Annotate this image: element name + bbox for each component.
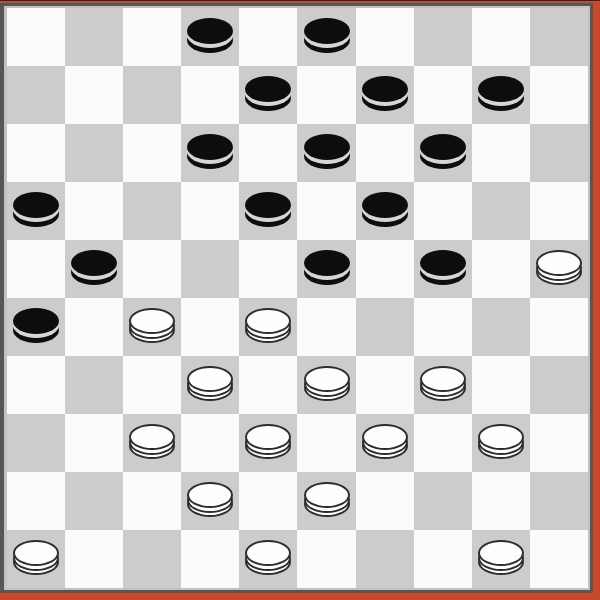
square-4-1[interactable]: [65, 240, 123, 298]
square-5-7[interactable]: [414, 298, 472, 356]
square-5-4[interactable]: [239, 298, 297, 356]
square-3-6[interactable]: [356, 182, 414, 240]
white-man[interactable]: [187, 482, 233, 518]
square-6-4[interactable]: [239, 356, 297, 414]
square-2-3[interactable]: [181, 124, 239, 182]
black-man[interactable]: [304, 18, 350, 54]
square-0-7[interactable]: [414, 8, 472, 66]
piece-disc-top: [245, 192, 291, 218]
square-4-0[interactable]: [7, 240, 65, 298]
black-man[interactable]: [187, 18, 233, 54]
piece-disc-top: [362, 424, 408, 450]
white-man[interactable]: [478, 424, 524, 460]
piece-disc-top: [420, 134, 466, 160]
piece-disc-top: [304, 366, 350, 392]
square-9-8[interactable]: [472, 530, 530, 588]
square-8-3[interactable]: [181, 472, 239, 530]
square-3-5[interactable]: [297, 182, 355, 240]
white-man[interactable]: [129, 424, 175, 460]
white-man[interactable]: [187, 366, 233, 402]
square-9-1[interactable]: [65, 530, 123, 588]
piece-disc-top: [478, 540, 524, 566]
square-0-0[interactable]: [7, 8, 65, 66]
piece-disc-top: [129, 308, 175, 334]
screenshot-root: [0, 0, 600, 600]
square-4-4[interactable]: [239, 240, 297, 298]
piece-disc-top: [420, 366, 466, 392]
black-man[interactable]: [13, 308, 59, 344]
white-man[interactable]: [536, 250, 582, 286]
square-2-4[interactable]: [239, 124, 297, 182]
piece-disc-top: [245, 308, 291, 334]
square-8-1[interactable]: [65, 472, 123, 530]
black-man[interactable]: [420, 134, 466, 170]
square-1-7[interactable]: [414, 66, 472, 124]
white-man[interactable]: [245, 308, 291, 344]
square-3-3[interactable]: [181, 182, 239, 240]
square-0-5[interactable]: [297, 8, 355, 66]
square-4-2[interactable]: [123, 240, 181, 298]
square-1-9[interactable]: [530, 66, 588, 124]
white-man[interactable]: [13, 540, 59, 576]
square-2-7[interactable]: [414, 124, 472, 182]
square-1-5[interactable]: [297, 66, 355, 124]
square-1-3[interactable]: [181, 66, 239, 124]
square-4-6[interactable]: [356, 240, 414, 298]
white-man[interactable]: [129, 308, 175, 344]
square-9-6[interactable]: [356, 530, 414, 588]
black-man[interactable]: [362, 192, 408, 228]
square-6-2[interactable]: [123, 356, 181, 414]
square-1-6[interactable]: [356, 66, 414, 124]
piece-disc-top: [13, 308, 59, 334]
square-0-1[interactable]: [65, 8, 123, 66]
square-2-5[interactable]: [297, 124, 355, 182]
piece-disc-top: [71, 250, 117, 276]
square-8-7[interactable]: [414, 472, 472, 530]
square-5-8[interactable]: [472, 298, 530, 356]
white-man[interactable]: [245, 540, 291, 576]
square-5-6[interactable]: [356, 298, 414, 356]
square-7-9[interactable]: [530, 414, 588, 472]
square-8-8[interactable]: [472, 472, 530, 530]
square-7-1[interactable]: [65, 414, 123, 472]
square-9-2[interactable]: [123, 530, 181, 588]
square-7-5[interactable]: [297, 414, 355, 472]
square-0-9[interactable]: [530, 8, 588, 66]
white-man[interactable]: [478, 540, 524, 576]
piece-disc-top: [304, 134, 350, 160]
black-man[interactable]: [478, 76, 524, 112]
piece-disc-top: [304, 482, 350, 508]
square-6-8[interactable]: [472, 356, 530, 414]
piece-disc-top: [245, 424, 291, 450]
piece-disc-top: [245, 540, 291, 566]
black-man[interactable]: [304, 250, 350, 286]
square-3-0[interactable]: [7, 182, 65, 240]
piece-disc-top: [478, 424, 524, 450]
piece-disc-top: [362, 76, 408, 102]
square-3-7[interactable]: [414, 182, 472, 240]
square-0-6[interactable]: [356, 8, 414, 66]
square-1-8[interactable]: [472, 66, 530, 124]
square-9-7[interactable]: [414, 530, 472, 588]
square-5-0[interactable]: [7, 298, 65, 356]
white-man[interactable]: [362, 424, 408, 460]
square-7-0[interactable]: [7, 414, 65, 472]
piece-disc-top: [536, 250, 582, 276]
square-8-6[interactable]: [356, 472, 414, 530]
piece-disc-top: [478, 76, 524, 102]
piece-disc-top: [129, 424, 175, 450]
square-7-6[interactable]: [356, 414, 414, 472]
square-1-4[interactable]: [239, 66, 297, 124]
square-3-9[interactable]: [530, 182, 588, 240]
piece-disc-top: [420, 250, 466, 276]
square-1-1[interactable]: [65, 66, 123, 124]
square-6-0[interactable]: [7, 356, 65, 414]
white-man[interactable]: [245, 424, 291, 460]
piece-disc-top: [187, 134, 233, 160]
piece-disc-top: [187, 366, 233, 392]
square-2-8[interactable]: [472, 124, 530, 182]
square-3-2[interactable]: [123, 182, 181, 240]
piece-disc-top: [304, 250, 350, 276]
square-8-4[interactable]: [239, 472, 297, 530]
black-man[interactable]: [304, 134, 350, 170]
square-4-8[interactable]: [472, 240, 530, 298]
square-2-1[interactable]: [65, 124, 123, 182]
square-5-1[interactable]: [65, 298, 123, 356]
square-3-4[interactable]: [239, 182, 297, 240]
square-4-9[interactable]: [530, 240, 588, 298]
square-7-7[interactable]: [414, 414, 472, 472]
piece-disc-top: [13, 540, 59, 566]
window-top-edge: [0, 0, 600, 1]
black-man[interactable]: [362, 76, 408, 112]
square-8-5[interactable]: [297, 472, 355, 530]
draughts-board: [7, 8, 588, 588]
black-man[interactable]: [187, 134, 233, 170]
square-3-8[interactable]: [472, 182, 530, 240]
square-0-3[interactable]: [181, 8, 239, 66]
square-9-5[interactable]: [297, 530, 355, 588]
square-6-9[interactable]: [530, 356, 588, 414]
square-2-6[interactable]: [356, 124, 414, 182]
piece-disc-top: [13, 192, 59, 218]
black-man[interactable]: [13, 192, 59, 228]
square-5-2[interactable]: [123, 298, 181, 356]
square-8-2[interactable]: [123, 472, 181, 530]
square-6-6[interactable]: [356, 356, 414, 414]
square-2-2[interactable]: [123, 124, 181, 182]
square-5-9[interactable]: [530, 298, 588, 356]
square-1-0[interactable]: [7, 66, 65, 124]
square-9-9[interactable]: [530, 530, 588, 588]
piece-disc-top: [187, 482, 233, 508]
piece-disc-top: [362, 192, 408, 218]
black-man[interactable]: [71, 250, 117, 286]
square-0-8[interactable]: [472, 8, 530, 66]
black-man[interactable]: [245, 192, 291, 228]
square-7-3[interactable]: [181, 414, 239, 472]
square-6-5[interactable]: [297, 356, 355, 414]
square-8-9[interactable]: [530, 472, 588, 530]
white-man[interactable]: [304, 482, 350, 518]
square-6-3[interactable]: [181, 356, 239, 414]
square-5-3[interactable]: [181, 298, 239, 356]
square-7-2[interactable]: [123, 414, 181, 472]
square-5-5[interactable]: [297, 298, 355, 356]
square-4-5[interactable]: [297, 240, 355, 298]
square-2-9[interactable]: [530, 124, 588, 182]
piece-disc-top: [304, 18, 350, 44]
square-9-0[interactable]: [7, 530, 65, 588]
black-man[interactable]: [420, 250, 466, 286]
square-4-7[interactable]: [414, 240, 472, 298]
square-0-4[interactable]: [239, 8, 297, 66]
square-8-0[interactable]: [7, 472, 65, 530]
square-7-8[interactable]: [472, 414, 530, 472]
square-6-1[interactable]: [65, 356, 123, 414]
square-9-4[interactable]: [239, 530, 297, 588]
square-4-3[interactable]: [181, 240, 239, 298]
square-2-0[interactable]: [7, 124, 65, 182]
square-6-7[interactable]: [414, 356, 472, 414]
white-man[interactable]: [420, 366, 466, 402]
square-3-1[interactable]: [65, 182, 123, 240]
black-man[interactable]: [245, 76, 291, 112]
square-7-4[interactable]: [239, 414, 297, 472]
square-9-3[interactable]: [181, 530, 239, 588]
square-0-2[interactable]: [123, 8, 181, 66]
square-1-2[interactable]: [123, 66, 181, 124]
piece-disc-top: [245, 76, 291, 102]
white-man[interactable]: [304, 366, 350, 402]
piece-disc-top: [187, 18, 233, 44]
